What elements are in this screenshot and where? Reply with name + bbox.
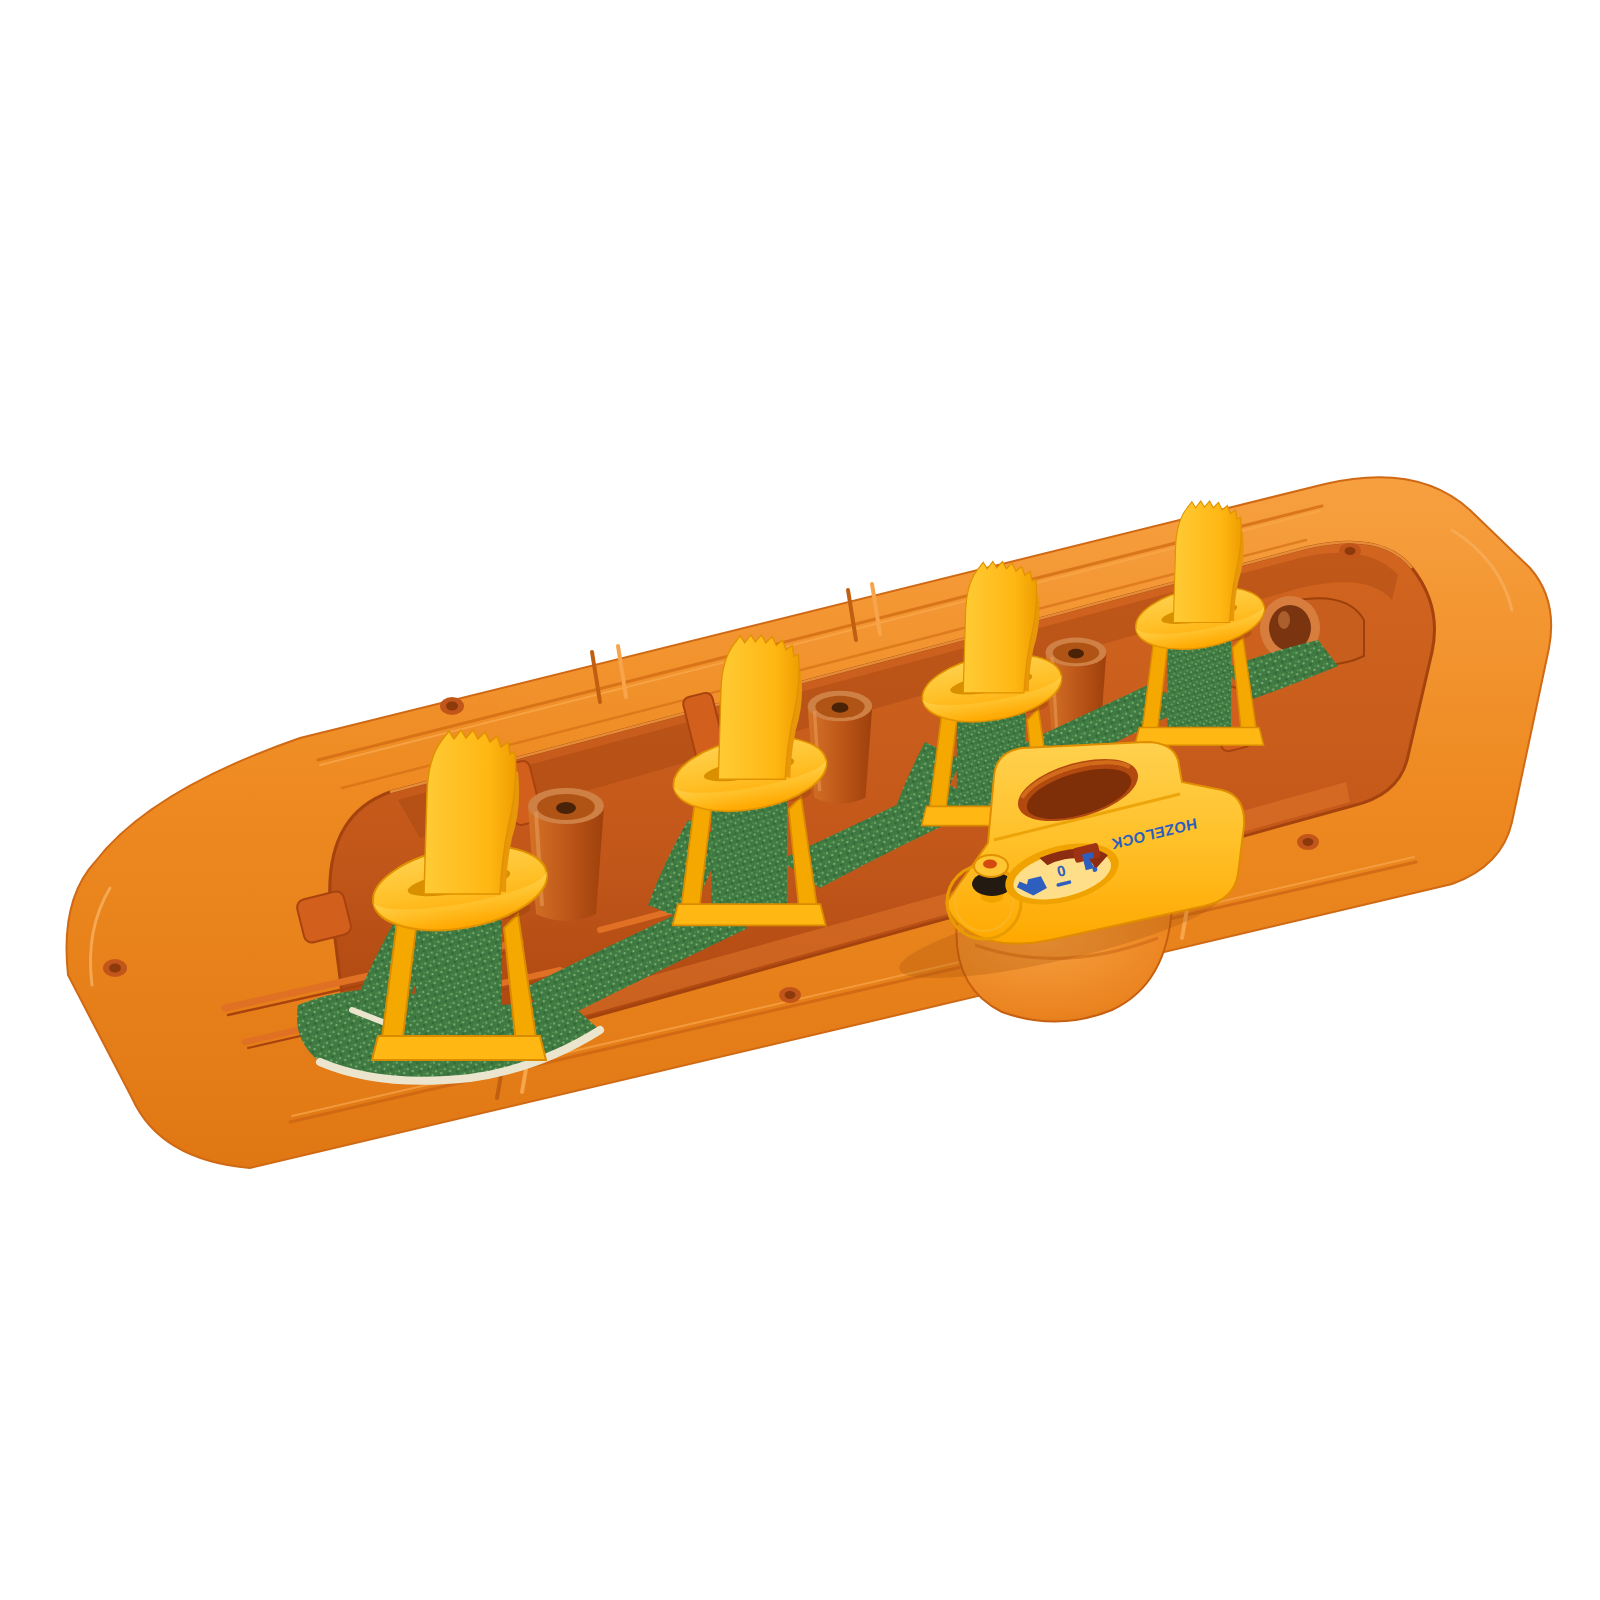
growbag-waterer-illustration: 0 HOZELOCK [0, 0, 1600, 1600]
tray-body [67, 477, 1552, 1168]
feed-funnel-1 [528, 788, 604, 921]
connector-hole [983, 860, 997, 869]
product-photo: 0 HOZELOCK [0, 0, 1600, 1600]
